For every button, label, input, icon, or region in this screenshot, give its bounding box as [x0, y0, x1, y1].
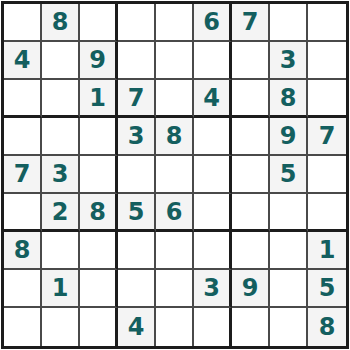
- cell-r9c1-empty[interactable]: [4, 308, 42, 346]
- cell-r7c5-empty[interactable]: [156, 232, 194, 270]
- cell-r8c3-empty[interactable]: [80, 270, 118, 308]
- cell-r7c1-given: 8: [4, 232, 42, 270]
- cell-r1c4-empty[interactable]: [118, 4, 156, 42]
- cell-r3c1-empty[interactable]: [4, 80, 42, 118]
- cell-r4c9-given: 7: [308, 118, 346, 156]
- cell-r5c4-empty[interactable]: [118, 156, 156, 194]
- cell-r4c8-given: 9: [270, 118, 308, 156]
- cell-r4c7-empty[interactable]: [232, 118, 270, 156]
- cell-r7c8-empty[interactable]: [270, 232, 308, 270]
- cell-r1c8-empty[interactable]: [270, 4, 308, 42]
- cell-r3c9-empty[interactable]: [308, 80, 346, 118]
- cell-r9c9-given: 8: [308, 308, 346, 346]
- cell-r7c4-empty[interactable]: [118, 232, 156, 270]
- cell-r6c4-given: 5: [118, 194, 156, 232]
- cell-r5c9-empty[interactable]: [308, 156, 346, 194]
- cell-r7c3-empty[interactable]: [80, 232, 118, 270]
- cell-r1c3-empty[interactable]: [80, 4, 118, 42]
- cell-r4c5-given: 8: [156, 118, 194, 156]
- cell-r5c2-given: 3: [42, 156, 80, 194]
- cell-r6c2-given: 2: [42, 194, 80, 232]
- cell-r1c7-given: 7: [232, 4, 270, 42]
- cell-r4c3-empty[interactable]: [80, 118, 118, 156]
- cell-r3c3-given: 1: [80, 80, 118, 118]
- cell-r6c1-empty[interactable]: [4, 194, 42, 232]
- cell-r9c2-empty[interactable]: [42, 308, 80, 346]
- cell-r3c7-empty[interactable]: [232, 80, 270, 118]
- sudoku-board: 86749317483897735285681139548: [1, 1, 349, 349]
- cell-r3c5-empty[interactable]: [156, 80, 194, 118]
- cell-r6c3-given: 8: [80, 194, 118, 232]
- cell-r9c5-empty[interactable]: [156, 308, 194, 346]
- cell-r8c7-given: 9: [232, 270, 270, 308]
- cell-r1c5-empty[interactable]: [156, 4, 194, 42]
- cell-r9c3-empty[interactable]: [80, 308, 118, 346]
- cell-r2c2-empty[interactable]: [42, 42, 80, 80]
- cell-r8c1-empty[interactable]: [4, 270, 42, 308]
- cell-r8c8-empty[interactable]: [270, 270, 308, 308]
- cell-r6c6-empty[interactable]: [194, 194, 232, 232]
- cell-r2c6-empty[interactable]: [194, 42, 232, 80]
- cell-r9c4-given: 4: [118, 308, 156, 346]
- cell-r2c9-empty[interactable]: [308, 42, 346, 80]
- cell-r6c5-given: 6: [156, 194, 194, 232]
- cell-r8c9-given: 5: [308, 270, 346, 308]
- cell-r4c4-given: 3: [118, 118, 156, 156]
- cell-r6c7-empty[interactable]: [232, 194, 270, 232]
- cell-r4c6-empty[interactable]: [194, 118, 232, 156]
- cell-r5c8-given: 5: [270, 156, 308, 194]
- cell-r5c5-empty[interactable]: [156, 156, 194, 194]
- cell-r1c2-given: 8: [42, 4, 80, 42]
- cell-r5c7-empty[interactable]: [232, 156, 270, 194]
- cell-r2c5-empty[interactable]: [156, 42, 194, 80]
- cell-r1c9-empty[interactable]: [308, 4, 346, 42]
- cell-r7c9-given: 1: [308, 232, 346, 270]
- cell-r8c4-empty[interactable]: [118, 270, 156, 308]
- cell-r6c8-empty[interactable]: [270, 194, 308, 232]
- cell-r8c2-given: 1: [42, 270, 80, 308]
- sudoku-page: 86749317483897735285681139548: [0, 0, 350, 350]
- cell-r4c1-empty[interactable]: [4, 118, 42, 156]
- cell-r9c6-empty[interactable]: [194, 308, 232, 346]
- cell-r4c2-empty[interactable]: [42, 118, 80, 156]
- cell-r9c8-empty[interactable]: [270, 308, 308, 346]
- cell-r5c1-given: 7: [4, 156, 42, 194]
- cell-r3c6-given: 4: [194, 80, 232, 118]
- cell-r5c6-empty[interactable]: [194, 156, 232, 194]
- cell-r5c3-empty[interactable]: [80, 156, 118, 194]
- cell-r8c6-given: 3: [194, 270, 232, 308]
- cell-r8c5-empty[interactable]: [156, 270, 194, 308]
- cell-r2c8-given: 3: [270, 42, 308, 80]
- cell-r2c4-empty[interactable]: [118, 42, 156, 80]
- cell-r2c3-given: 9: [80, 42, 118, 80]
- cell-r1c1-empty[interactable]: [4, 4, 42, 42]
- cell-r7c2-empty[interactable]: [42, 232, 80, 270]
- cell-r3c4-given: 7: [118, 80, 156, 118]
- cell-r6c9-empty[interactable]: [308, 194, 346, 232]
- cell-r7c7-empty[interactable]: [232, 232, 270, 270]
- cell-r1c6-given: 6: [194, 4, 232, 42]
- cell-r2c1-given: 4: [4, 42, 42, 80]
- cell-r9c7-empty[interactable]: [232, 308, 270, 346]
- cell-r3c8-given: 8: [270, 80, 308, 118]
- cell-r7c6-empty[interactable]: [194, 232, 232, 270]
- cell-r2c7-empty[interactable]: [232, 42, 270, 80]
- cell-r3c2-empty[interactable]: [42, 80, 80, 118]
